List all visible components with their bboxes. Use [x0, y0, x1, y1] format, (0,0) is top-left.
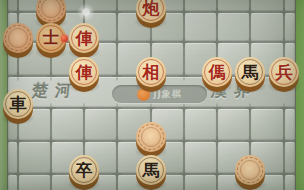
piece-ring	[138, 157, 164, 183]
piece-ring	[204, 59, 230, 85]
back-core	[44, 1, 58, 15]
board-tile[interactable]	[52, 109, 83, 140]
board-tile[interactable]	[19, 142, 50, 173]
intersection-mark	[180, 38, 189, 47]
piece-ring	[271, 59, 297, 85]
intersection-mark	[180, 137, 189, 146]
intersection-mark	[80, 104, 89, 113]
board-tile[interactable]	[185, 109, 216, 140]
piece-back-face	[136, 122, 166, 152]
board-tile[interactable]	[85, 109, 116, 140]
intersection-mark	[246, 104, 255, 113]
piece-ring	[5, 91, 31, 117]
intersection-mark	[246, 38, 255, 47]
piece-black-chariot[interactable]: 車	[1, 88, 35, 128]
piece-ring	[71, 157, 97, 183]
intersection-mark	[213, 8, 222, 17]
piece-red-cannon[interactable]: 炮	[134, 0, 168, 32]
intersection-mark	[147, 38, 156, 47]
back-core	[243, 163, 257, 177]
piece-back-face	[235, 155, 265, 185]
board-tile[interactable]	[285, 109, 295, 140]
piece-ring	[237, 59, 263, 85]
intersection-mark	[14, 170, 23, 179]
piece-face: 相	[136, 57, 166, 87]
piece-ring	[138, 59, 164, 85]
piece-black-horse-2[interactable]: 馬	[134, 154, 168, 190]
intersection-mark	[47, 104, 56, 113]
piece-face: 馬	[136, 155, 166, 185]
intersection-mark	[113, 38, 122, 47]
intersection-mark	[180, 104, 189, 113]
intersection-mark	[180, 72, 189, 81]
intersection-mark	[47, 170, 56, 179]
board-tile[interactable]	[251, 0, 283, 11]
piece-red-horse[interactable]: 傌	[200, 56, 234, 96]
intersection-mark	[280, 104, 289, 113]
piece-hidden-2[interactable]	[1, 22, 35, 62]
intersection-mark	[147, 104, 156, 113]
intersection-mark	[113, 170, 122, 179]
intersection-mark	[113, 137, 122, 146]
board-tile[interactable]	[185, 0, 216, 11]
piece-face: 車	[3, 89, 33, 119]
back-core	[11, 31, 25, 45]
intersection-mark	[14, 72, 23, 81]
piece-face: 俥	[69, 23, 99, 53]
back-core	[144, 130, 158, 144]
intersection-mark	[14, 137, 23, 146]
intersection-mark	[213, 137, 222, 146]
intersection-mark	[213, 170, 222, 179]
piece-face: 傌	[202, 57, 232, 87]
piece-face: 俥	[69, 57, 99, 87]
intersection-mark	[47, 137, 56, 146]
intersection-mark	[14, 8, 23, 17]
board-tile[interactable]	[8, 142, 17, 173]
board-tile[interactable]	[218, 109, 249, 140]
board-tile[interactable]	[185, 142, 216, 173]
piece-face: 兵	[269, 57, 299, 87]
board-tile[interactable]	[185, 175, 216, 190]
piece-back-face	[3, 23, 33, 53]
piece-face: 馬	[235, 57, 265, 87]
intersection-mark	[180, 8, 189, 17]
board-tile[interactable]	[218, 13, 249, 41]
xiangqi-board[interactable]: 楚河 漢界 JJ象棋 炮士俥俥相傌馬兵車卒馬	[0, 0, 304, 190]
intersection-mark	[113, 8, 122, 17]
intersection-mark	[213, 38, 222, 47]
intersection-mark	[180, 170, 189, 179]
intersection-mark	[246, 8, 255, 17]
piece-ring	[71, 25, 97, 51]
board-tile[interactable]	[285, 142, 295, 173]
intersection-mark	[47, 72, 56, 81]
piece-red-soldier[interactable]: 兵	[267, 56, 301, 96]
intersection-mark	[113, 104, 122, 113]
board-tile[interactable]	[251, 109, 283, 140]
board-tile[interactable]	[185, 13, 216, 41]
intersection-mark	[213, 104, 222, 113]
intersection-mark	[280, 8, 289, 17]
piece-hidden-4[interactable]	[233, 154, 267, 190]
board-tile[interactable]	[19, 175, 50, 190]
sparkle-marker-icon	[76, 2, 96, 22]
board-tile[interactable]	[218, 0, 249, 11]
piece-black-soldier[interactable]: 卒	[67, 154, 101, 190]
piece-black-horse-1[interactable]: 馬	[233, 56, 267, 96]
board-tile[interactable]	[251, 13, 283, 41]
intersection-mark	[113, 72, 122, 81]
piece-ring	[71, 59, 97, 85]
piece-red-elephant[interactable]: 相	[134, 56, 168, 96]
piece-ring	[138, 0, 164, 21]
intersection-mark	[280, 38, 289, 47]
piece-red-advisor[interactable]: 士	[34, 22, 68, 62]
intersection-mark	[280, 170, 289, 179]
intersection-mark	[280, 137, 289, 146]
piece-red-chariot-2[interactable]: 俥	[67, 56, 101, 96]
piece-face: 卒	[69, 155, 99, 185]
intersection-mark	[246, 137, 255, 146]
intersection-mark	[80, 137, 89, 146]
